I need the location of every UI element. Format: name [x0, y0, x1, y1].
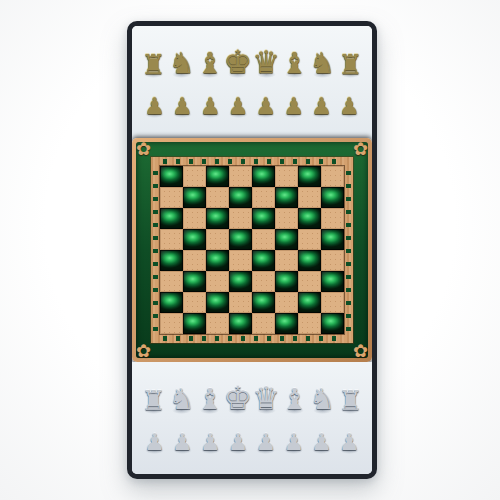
- square-a3[interactable]: [160, 271, 183, 292]
- silver-king[interactable]: ♚: [225, 382, 250, 414]
- silver-pawn[interactable]: ♟: [337, 431, 362, 454]
- meander-strip: [163, 336, 341, 341]
- square-f3[interactable]: [275, 271, 298, 292]
- meander-strip: [346, 169, 351, 331]
- square-a8[interactable]: [160, 166, 183, 187]
- pawn-piece-icon: ♟: [200, 95, 221, 118]
- square-e8[interactable]: [252, 166, 275, 187]
- square-h1[interactable]: [321, 313, 344, 334]
- rook-piece-icon: ♜: [141, 387, 165, 414]
- silver-pawn[interactable]: ♟: [309, 431, 334, 454]
- bishop-piece-icon: ♝: [197, 49, 223, 78]
- square-b6[interactable]: [183, 208, 206, 229]
- square-b8[interactable]: [183, 166, 206, 187]
- silver-front-row: ♟♟♟♟♟♟♟♟: [141, 431, 363, 454]
- brass-back-row: ♜♞♝♚♛♝♞♜: [141, 46, 363, 78]
- square-c6[interactable]: [206, 208, 229, 229]
- square-h2[interactable]: [321, 292, 344, 313]
- silver-pawn[interactable]: ♟: [226, 431, 251, 454]
- silver-knight[interactable]: ♞: [169, 385, 194, 414]
- scene: ♜♞♝♚♛♝♞♜♟♟♟♟♟♟♟♟ ✿ ✿ ✿ ✿ ♜♞♝♚♛♝♞♜♟♟♟♟♟♟♟…: [0, 0, 500, 500]
- brass-rook[interactable]: ♜: [141, 51, 166, 78]
- square-f1[interactable]: [275, 313, 298, 334]
- square-d8[interactable]: [229, 166, 252, 187]
- square-a5[interactable]: [160, 229, 183, 250]
- brass-bishop[interactable]: ♝: [197, 49, 222, 78]
- silver-bishop[interactable]: ♝: [197, 385, 222, 414]
- pawn-piece-icon: ♟: [283, 95, 304, 118]
- square-c7[interactable]: [206, 187, 229, 208]
- bishop-piece-icon: ♝: [197, 385, 223, 414]
- meander-strip: [153, 169, 158, 331]
- brass-rook[interactable]: ♜: [338, 51, 363, 78]
- brass-front-row: ♟♟♟♟♟♟♟♟: [141, 95, 363, 118]
- silver-pawn[interactable]: ♟: [253, 431, 278, 454]
- square-b2[interactable]: [183, 292, 206, 313]
- square-f5[interactable]: [275, 229, 298, 250]
- square-d6[interactable]: [229, 208, 252, 229]
- brass-pawn[interactable]: ♟: [198, 95, 223, 118]
- silver-queen[interactable]: ♛: [254, 383, 279, 414]
- square-f8[interactable]: [275, 166, 298, 187]
- square-h6[interactable]: [321, 208, 344, 229]
- pawn-piece-icon: ♟: [228, 431, 249, 454]
- brass-pawn[interactable]: ♟: [170, 95, 195, 118]
- meander-frame: [151, 157, 353, 343]
- leaf-ornament-icon: ✿: [353, 140, 368, 158]
- brass-knight[interactable]: ♞: [169, 49, 194, 78]
- brass-knight[interactable]: ♞: [310, 49, 335, 78]
- square-c3[interactable]: [206, 271, 229, 292]
- pawn-piece-icon: ♟: [256, 95, 277, 118]
- square-d2[interactable]: [229, 292, 252, 313]
- leaf-ornament-icon: ✿: [353, 342, 368, 360]
- pawn-piece-icon: ♟: [339, 95, 360, 118]
- square-e4[interactable]: [252, 250, 275, 271]
- square-a6[interactable]: [160, 208, 183, 229]
- silver-knight[interactable]: ♞: [310, 385, 335, 414]
- king-piece-icon: ♚: [224, 382, 253, 414]
- square-e7[interactable]: [252, 187, 275, 208]
- silver-bishop[interactable]: ♝: [282, 385, 307, 414]
- knight-piece-icon: ♞: [169, 385, 195, 414]
- square-h7[interactable]: [321, 187, 344, 208]
- board-grid: [160, 166, 344, 334]
- square-c4[interactable]: [206, 250, 229, 271]
- square-g6[interactable]: [298, 208, 321, 229]
- square-g3[interactable]: [298, 271, 321, 292]
- pawn-piece-icon: ♟: [144, 95, 165, 118]
- bishop-piece-icon: ♝: [281, 49, 307, 78]
- square-h8[interactable]: [321, 166, 344, 187]
- square-e3[interactable]: [252, 271, 275, 292]
- pawn-piece-icon: ♟: [200, 431, 221, 454]
- chess-box: ♜♞♝♚♛♝♞♜♟♟♟♟♟♟♟♟ ✿ ✿ ✿ ✿ ♜♞♝♚♛♝♞♜♟♟♟♟♟♟♟…: [127, 21, 377, 479]
- square-g4[interactable]: [298, 250, 321, 271]
- square-f7[interactable]: [275, 187, 298, 208]
- square-c2[interactable]: [206, 292, 229, 313]
- square-g2[interactable]: [298, 292, 321, 313]
- brass-queen[interactable]: ♛: [254, 47, 279, 78]
- brass-bishop[interactable]: ♝: [282, 49, 307, 78]
- square-g7[interactable]: [298, 187, 321, 208]
- brass-pawn[interactable]: ♟: [281, 95, 306, 118]
- brass-pawn[interactable]: ♟: [226, 95, 251, 118]
- pawn-piece-icon: ♟: [228, 95, 249, 118]
- rook-piece-icon: ♜: [338, 51, 362, 78]
- square-h5[interactable]: [321, 229, 344, 250]
- silver-pawn[interactable]: ♟: [142, 431, 167, 454]
- square-f6[interactable]: [275, 208, 298, 229]
- silver-pawn[interactable]: ♟: [198, 431, 223, 454]
- pawn-piece-icon: ♟: [311, 95, 332, 118]
- queen-piece-icon: ♛: [252, 383, 280, 414]
- pawn-piece-icon: ♟: [172, 95, 193, 118]
- square-a2[interactable]: [160, 292, 183, 313]
- rook-piece-icon: ♜: [338, 387, 362, 414]
- square-c5[interactable]: [206, 229, 229, 250]
- square-d5[interactable]: [229, 229, 252, 250]
- brass-king[interactable]: ♚: [225, 46, 250, 78]
- square-c1[interactable]: [206, 313, 229, 334]
- square-h3[interactable]: [321, 271, 344, 292]
- square-a1[interactable]: [160, 313, 183, 334]
- knight-piece-icon: ♞: [169, 49, 195, 78]
- square-c8[interactable]: [206, 166, 229, 187]
- square-g8[interactable]: [298, 166, 321, 187]
- pawn-piece-icon: ♟: [144, 431, 165, 454]
- square-f2[interactable]: [275, 292, 298, 313]
- square-d7[interactable]: [229, 187, 252, 208]
- pawn-piece-icon: ♟: [172, 431, 193, 454]
- leaf-ornament-icon: ✿: [136, 140, 151, 158]
- square-a4[interactable]: [160, 250, 183, 271]
- silver-back-row: ♜♞♝♚♛♝♞♜: [141, 382, 363, 414]
- square-b4[interactable]: [183, 250, 206, 271]
- square-d1[interactable]: [229, 313, 252, 334]
- queen-piece-icon: ♛: [252, 47, 280, 78]
- rook-piece-icon: ♜: [141, 51, 165, 78]
- board-border: ✿ ✿ ✿ ✿: [136, 142, 368, 358]
- square-e6[interactable]: [252, 208, 275, 229]
- silver-pawn[interactable]: ♟: [281, 431, 306, 454]
- pawn-piece-icon: ♟: [256, 431, 277, 454]
- king-piece-icon: ♚: [224, 46, 253, 78]
- pawn-piece-icon: ♟: [339, 431, 360, 454]
- silver-pawn[interactable]: ♟: [170, 431, 195, 454]
- meander-strip: [163, 159, 341, 164]
- knight-piece-icon: ♞: [309, 49, 335, 78]
- brass-pawn[interactable]: ♟: [309, 95, 334, 118]
- brass-pawn[interactable]: ♟: [337, 95, 362, 118]
- square-d3[interactable]: [229, 271, 252, 292]
- square-b7[interactable]: [183, 187, 206, 208]
- square-e1[interactable]: [252, 313, 275, 334]
- square-f4[interactable]: [275, 250, 298, 271]
- square-a7[interactable]: [160, 187, 183, 208]
- silver-rook[interactable]: ♜: [338, 387, 363, 414]
- square-b3[interactable]: [183, 271, 206, 292]
- bishop-piece-icon: ♝: [281, 385, 307, 414]
- bottom-tray: ♜♞♝♚♛♝♞♜♟♟♟♟♟♟♟♟: [132, 362, 372, 474]
- silver-rook[interactable]: ♜: [141, 387, 166, 414]
- brass-pawn[interactable]: ♟: [253, 95, 278, 118]
- pawn-piece-icon: ♟: [283, 431, 304, 454]
- leaf-ornament-icon: ✿: [136, 342, 151, 360]
- pawn-piece-icon: ♟: [311, 431, 332, 454]
- square-d4[interactable]: [229, 250, 252, 271]
- square-b1[interactable]: [183, 313, 206, 334]
- square-e5[interactable]: [252, 229, 275, 250]
- square-b5[interactable]: [183, 229, 206, 250]
- square-g1[interactable]: [298, 313, 321, 334]
- square-e2[interactable]: [252, 292, 275, 313]
- top-tray: ♜♞♝♚♛♝♞♜♟♟♟♟♟♟♟♟: [132, 26, 372, 138]
- chess-board: ✿ ✿ ✿ ✿: [132, 138, 372, 362]
- knight-piece-icon: ♞: [309, 385, 335, 414]
- brass-pawn[interactable]: ♟: [142, 95, 167, 118]
- square-g5[interactable]: [298, 229, 321, 250]
- square-h4[interactable]: [321, 250, 344, 271]
